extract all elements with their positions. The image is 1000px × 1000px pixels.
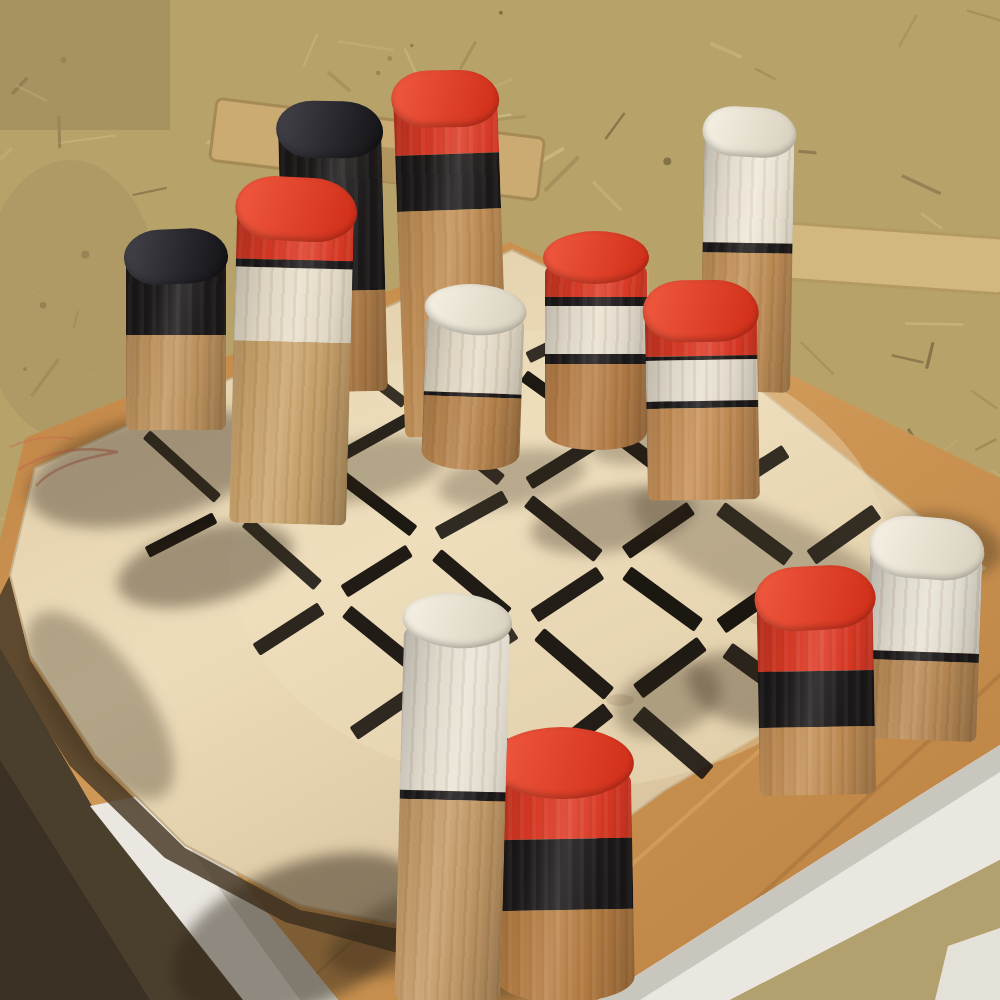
piece-white-tall-round[interactable] (394, 617, 510, 1000)
piece-band-wood (421, 396, 521, 472)
piece-band-wood (394, 799, 506, 1000)
piece-red-black-tall-round[interactable] (493, 758, 635, 1000)
piece-band-white (424, 305, 525, 394)
piece-band-wood (126, 335, 226, 430)
photo-scene (0, 0, 1000, 1000)
piece-band-white (233, 266, 352, 344)
piece-band-black (395, 152, 501, 212)
piece-band-black (545, 297, 647, 306)
piece-band-white (545, 306, 647, 355)
piece-band-black (758, 670, 875, 728)
piece-band-black (126, 254, 226, 335)
piece-band-white (400, 617, 511, 793)
piece-red-white-short-square[interactable] (645, 307, 760, 501)
piece-band-red (493, 758, 632, 841)
piece-band-black (494, 838, 633, 911)
piece-red-white-short-round[interactable] (545, 255, 647, 450)
piece-red-black-short-square[interactable] (757, 594, 876, 796)
piece-red-white-tall-square[interactable] (229, 205, 354, 526)
piece-white-short-square[interactable] (864, 543, 983, 742)
piece-band-red (235, 205, 353, 262)
pieces (0, 0, 1000, 1000)
piece-band-red (393, 94, 499, 155)
piece-band-red (645, 307, 758, 357)
piece-band-wood (759, 726, 876, 796)
piece-band-black (545, 354, 647, 364)
piece-band-white (646, 359, 759, 402)
piece-band-red (757, 594, 874, 672)
piece-black-short-square[interactable] (126, 254, 226, 430)
piece-band-wood (646, 407, 760, 501)
piece-band-white (703, 128, 795, 244)
piece-band-wood (229, 341, 351, 526)
piece-band-wood (545, 364, 647, 450)
piece-band-white (867, 543, 983, 654)
piece-white-short-round[interactable] (421, 305, 525, 471)
piece-band-wood (864, 659, 979, 742)
piece-band-red (545, 255, 647, 297)
piece-band-wood (495, 908, 635, 1000)
